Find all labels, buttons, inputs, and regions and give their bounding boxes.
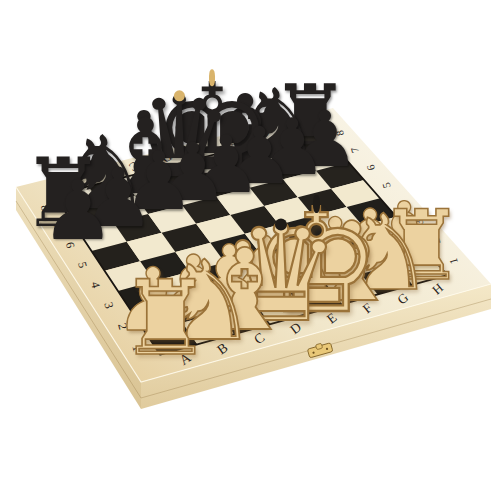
piece-black-pawn-a7[interactable]: ♟ bbox=[41, 169, 115, 251]
chess-set-photo: ABCDEFGHABCDEFGH1234567812345678 ♜♞♝♛♚♝♞… bbox=[0, 0, 500, 500]
piece-white-rook-a1[interactable]: ♜ bbox=[119, 268, 212, 372]
